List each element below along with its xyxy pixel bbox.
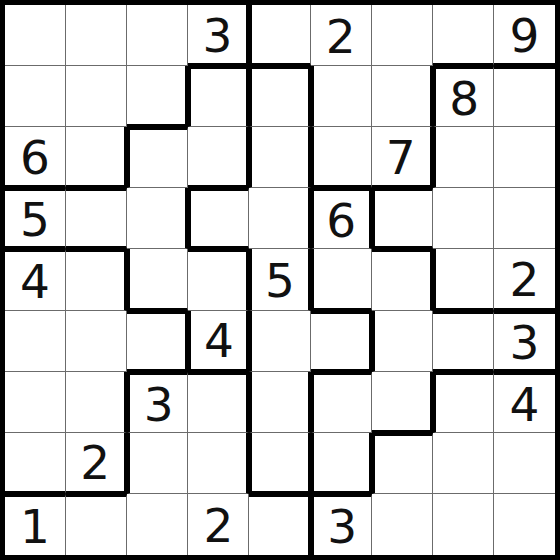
given-digit: 3 (144, 381, 174, 428)
cell-r5c9[interactable]: 2 (494, 249, 555, 310)
cell-r1c2[interactable] (66, 5, 127, 66)
cell-r6c2[interactable] (66, 311, 127, 372)
cell-r1c5[interactable] (249, 5, 310, 66)
given-digit: 7 (386, 134, 416, 181)
cell-r4c5[interactable] (249, 188, 310, 249)
cell-r8c1[interactable] (5, 433, 66, 494)
cell-r2c1[interactable] (5, 66, 66, 127)
cell-r9c2[interactable] (66, 494, 127, 555)
cell-r7c9[interactable]: 4 (494, 372, 555, 433)
cell-r6c5[interactable] (249, 311, 310, 372)
cell-r1c4[interactable]: 3 (188, 5, 249, 66)
cell-r3c9[interactable] (494, 127, 555, 188)
cell-r3c3[interactable] (127, 127, 188, 188)
cell-r6c4[interactable]: 4 (188, 311, 249, 372)
cell-r8c9[interactable] (494, 433, 555, 494)
cell-r3c5[interactable] (249, 127, 310, 188)
cell-r5c8[interactable] (433, 249, 494, 310)
cell-r4c9[interactable] (494, 188, 555, 249)
cell-r4c4[interactable] (188, 188, 249, 249)
sudoku-board: 3298675645243342123 (0, 0, 560, 560)
cell-r5c4[interactable] (188, 249, 249, 310)
cell-r2c7[interactable] (372, 66, 433, 127)
cell-r7c4[interactable] (188, 372, 249, 433)
cell-r9c6[interactable]: 3 (311, 494, 372, 555)
cell-r5c7[interactable] (372, 249, 433, 310)
cell-r4c3[interactable] (127, 188, 188, 249)
cell-r4c8[interactable] (433, 188, 494, 249)
cell-r1c3[interactable] (127, 5, 188, 66)
cell-r7c2[interactable] (66, 372, 127, 433)
cell-r3c4[interactable] (188, 127, 249, 188)
cell-r4c1[interactable]: 5 (5, 188, 66, 249)
given-digit: 4 (509, 381, 539, 428)
given-digit: 6 (326, 197, 356, 244)
cell-r6c9[interactable]: 3 (494, 311, 555, 372)
cell-r8c5[interactable] (249, 433, 310, 494)
cell-r2c6[interactable] (311, 66, 372, 127)
cell-r7c8[interactable] (433, 372, 494, 433)
given-digit: 3 (509, 319, 539, 366)
cell-r4c6[interactable]: 6 (311, 188, 372, 249)
given-digit: 3 (327, 503, 357, 550)
given-digit: 4 (20, 258, 50, 305)
cell-r2c8[interactable]: 8 (433, 66, 494, 127)
cell-r1c1[interactable] (5, 5, 66, 66)
cell-r6c7[interactable] (372, 311, 433, 372)
given-digit: 9 (509, 12, 539, 59)
given-digit: 2 (203, 502, 233, 549)
cell-r2c9[interactable] (494, 66, 555, 127)
given-digit: 2 (326, 13, 356, 60)
cell-r4c2[interactable] (66, 188, 127, 249)
given-digit: 2 (80, 439, 110, 486)
cell-r6c1[interactable] (5, 311, 66, 372)
cell-r9c3[interactable] (127, 494, 188, 555)
cell-r1c9[interactable]: 9 (494, 5, 555, 66)
cell-r3c6[interactable] (311, 127, 372, 188)
cell-r2c3[interactable] (127, 66, 188, 127)
cell-r9c7[interactable] (372, 494, 433, 555)
cell-r3c8[interactable] (433, 127, 494, 188)
cell-r8c3[interactable] (127, 433, 188, 494)
cell-r7c3[interactable]: 3 (127, 372, 188, 433)
cell-r7c5[interactable] (249, 372, 310, 433)
cell-r9c4[interactable]: 2 (188, 494, 249, 555)
given-digit: 3 (202, 12, 232, 59)
cell-r6c8[interactable] (433, 311, 494, 372)
given-digit: 6 (20, 134, 50, 181)
cell-r5c3[interactable] (127, 249, 188, 310)
given-digit: 5 (265, 257, 295, 304)
cell-r9c1[interactable]: 1 (5, 494, 66, 555)
cell-r1c8[interactable] (433, 5, 494, 66)
cell-r3c7[interactable]: 7 (372, 127, 433, 188)
cell-r3c2[interactable] (66, 127, 127, 188)
cell-r8c6[interactable] (311, 433, 372, 494)
cell-r2c4[interactable] (188, 66, 249, 127)
given-digit: 5 (20, 196, 50, 243)
given-digit: 4 (204, 317, 234, 364)
cell-r1c7[interactable] (372, 5, 433, 66)
cell-r9c9[interactable] (494, 494, 555, 555)
cell-r4c7[interactable] (372, 188, 433, 249)
cell-r5c5[interactable]: 5 (249, 249, 310, 310)
cell-r5c1[interactable]: 4 (5, 249, 66, 310)
cell-r9c5[interactable] (249, 494, 310, 555)
cell-r7c1[interactable] (5, 372, 66, 433)
cell-r2c5[interactable] (249, 66, 310, 127)
cell-r8c7[interactable] (372, 433, 433, 494)
cell-r8c8[interactable] (433, 433, 494, 494)
cell-r8c2[interactable]: 2 (66, 433, 127, 494)
cell-r6c3[interactable] (127, 311, 188, 372)
cell-r8c4[interactable] (188, 433, 249, 494)
given-digit: 2 (509, 256, 539, 303)
cell-r7c7[interactable] (372, 372, 433, 433)
cell-r2c2[interactable] (66, 66, 127, 127)
cell-r7c6[interactable] (311, 372, 372, 433)
given-digit: 1 (20, 503, 50, 550)
cell-r9c8[interactable] (433, 494, 494, 555)
cell-r5c6[interactable] (311, 249, 372, 310)
cell-r6c6[interactable] (311, 311, 372, 372)
given-digit: 8 (449, 75, 479, 122)
cell-r3c1[interactable]: 6 (5, 127, 66, 188)
cell-r5c2[interactable] (66, 249, 127, 310)
cell-r1c6[interactable]: 2 (311, 5, 372, 66)
